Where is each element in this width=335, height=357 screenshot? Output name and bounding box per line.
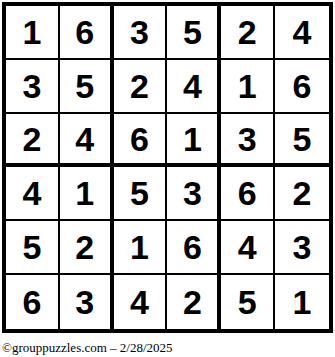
cell-r2c6: 6 [275, 60, 329, 114]
cell-r6c2: 3 [60, 275, 114, 329]
cell-r3c1: 2 [6, 114, 60, 168]
cell-r4c5: 6 [221, 167, 275, 221]
cell-r2c3: 2 [114, 60, 168, 114]
cell-r1c3: 3 [114, 6, 168, 60]
sudoku-board: 163524352416246135415362521643634251 [2, 2, 333, 333]
cell-r4c6: 2 [275, 167, 329, 221]
cell-r2c5: 1 [221, 60, 275, 114]
cell-r5c1: 5 [6, 221, 60, 275]
cell-r4c4: 3 [167, 167, 221, 221]
cell-r1c6: 4 [275, 6, 329, 60]
cell-r3c3: 6 [114, 114, 168, 168]
cell-r1c4: 5 [167, 6, 221, 60]
cell-r6c1: 6 [6, 275, 60, 329]
sudoku-page: 163524352416246135415362521643634251 ©gr… [0, 0, 335, 357]
cell-r3c2: 4 [60, 114, 114, 168]
cell-r4c2: 1 [60, 167, 114, 221]
cell-r5c2: 2 [60, 221, 114, 275]
cell-r1c2: 6 [60, 6, 114, 60]
cell-r1c5: 2 [221, 6, 275, 60]
cell-r2c4: 4 [167, 60, 221, 114]
credit-line: ©grouppuzzles.com – 2/28/2025 [2, 340, 173, 356]
cell-r5c5: 4 [221, 221, 275, 275]
cell-r6c3: 4 [114, 275, 168, 329]
cell-r3c6: 5 [275, 114, 329, 168]
cell-r3c4: 1 [167, 114, 221, 168]
cell-r4c1: 4 [6, 167, 60, 221]
cell-r5c3: 1 [114, 221, 168, 275]
cell-r4c3: 5 [114, 167, 168, 221]
cell-r5c4: 6 [167, 221, 221, 275]
cell-r6c6: 1 [275, 275, 329, 329]
cell-r6c4: 2 [167, 275, 221, 329]
cell-r6c5: 5 [221, 275, 275, 329]
cell-r3c5: 3 [221, 114, 275, 168]
cell-r5c6: 3 [275, 221, 329, 275]
cell-r2c2: 5 [60, 60, 114, 114]
cell-r2c1: 3 [6, 60, 60, 114]
cell-r1c1: 1 [6, 6, 60, 60]
